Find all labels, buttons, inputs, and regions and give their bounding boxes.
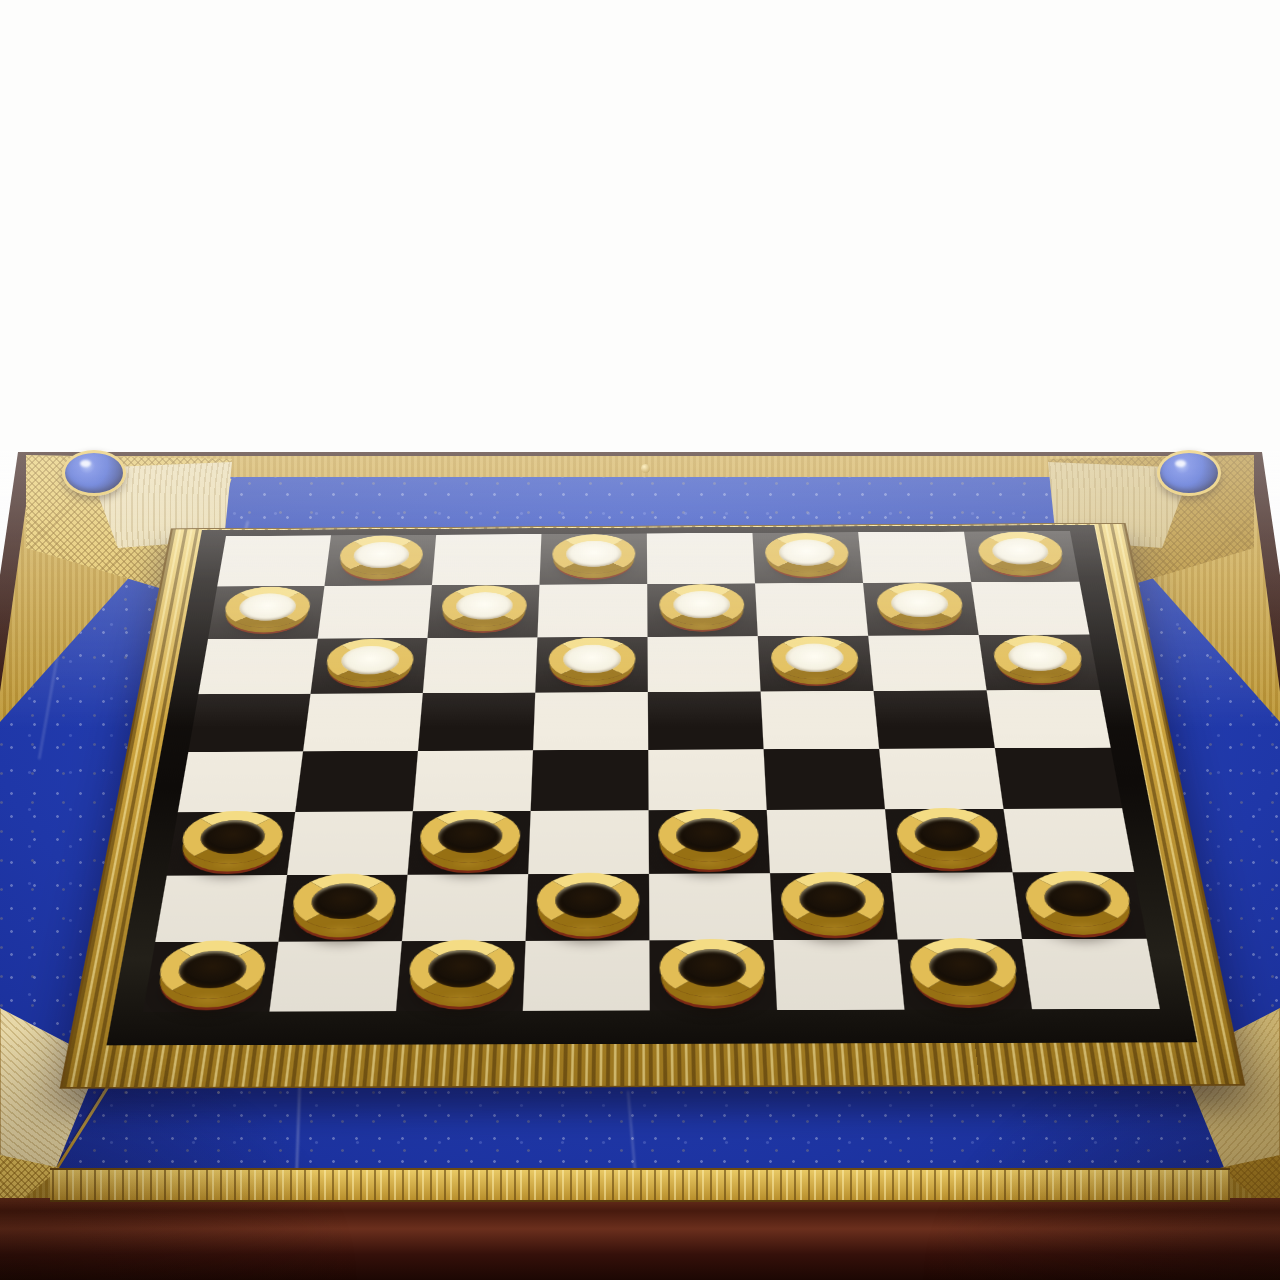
gold-stud <box>641 464 650 473</box>
checker-piece-near[interactable]: ⛂ <box>536 872 640 928</box>
checker-piece-far[interactable]: ⛀ <box>440 585 527 626</box>
checker-piece-near[interactable]: ⛂ <box>290 873 398 929</box>
lapis-cabochon-left <box>62 450 126 496</box>
checker-piece-near[interactable]: ⛂ <box>407 939 516 998</box>
checkers-board: ⛀⛀⛀⛀⛀⛀⛀⛀⛀⛀⛀⛀⛂⛂⛂⛂⛂⛂⛂⛂⛂⛂⛂⛂ <box>143 531 1160 1012</box>
checker-piece-near[interactable]: ⛂ <box>418 810 521 863</box>
checker-piece-near[interactable]: ⛂ <box>894 808 1001 862</box>
checker-piece-far[interactable]: ⛀ <box>976 532 1066 572</box>
table-scene: ⛀⛀⛀⛀⛀⛀⛀⛀⛀⛀⛀⛀⛂⛂⛂⛂⛂⛂⛂⛂⛂⛂⛂⛂ <box>0 0 1280 1280</box>
checker-piece-near[interactable]: ⛂ <box>1022 871 1134 927</box>
checker-piece-far[interactable]: ⛀ <box>338 535 425 575</box>
checker-piece-far[interactable]: ⛀ <box>991 635 1085 678</box>
checker-piece-near[interactable]: ⛂ <box>178 811 286 864</box>
checker-piece-near[interactable]: ⛂ <box>780 872 887 928</box>
checker-piece-near[interactable]: ⛂ <box>907 938 1020 997</box>
gold-border-band-bottom <box>50 1168 1230 1202</box>
checker-piece-far[interactable]: ⛀ <box>324 639 415 682</box>
checker-piece-near[interactable]: ⛂ <box>658 809 760 862</box>
checker-piece-far[interactable]: ⛀ <box>764 533 850 573</box>
checker-piece-far[interactable]: ⛀ <box>552 534 636 574</box>
checker-piece-far[interactable]: ⛀ <box>222 586 313 627</box>
checker-piece-far[interactable]: ⛀ <box>875 583 965 625</box>
checker-piece-far[interactable]: ⛀ <box>659 584 745 625</box>
checker-piece-far[interactable]: ⛀ <box>548 637 635 680</box>
lapis-cabochon-right <box>1157 450 1221 496</box>
checker-piece-near[interactable]: ⛂ <box>659 939 766 998</box>
pieces-layer: ⛀⛀⛀⛀⛀⛀⛀⛀⛀⛀⛀⛀⛂⛂⛂⛂⛂⛂⛂⛂⛂⛂⛂⛂ <box>143 531 1160 1012</box>
checker-piece-near[interactable]: ⛂ <box>155 940 268 999</box>
checker-piece-far[interactable]: ⛀ <box>770 636 860 679</box>
